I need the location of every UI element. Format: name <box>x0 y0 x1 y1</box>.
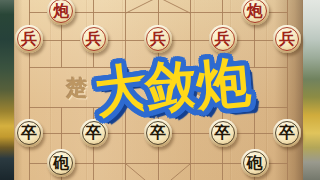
piece-black-cannon[interactable]: 砲 <box>47 149 75 177</box>
piece-red-soldier[interactable]: 兵 <box>15 25 43 53</box>
scenery-left-strip <box>0 0 14 180</box>
piece-character: 卒 <box>215 125 231 141</box>
piece-black-soldier[interactable]: 卒 <box>15 119 43 147</box>
piece-character: 卒 <box>21 125 37 141</box>
piece-character: 卒 <box>279 125 295 141</box>
piece-character: 卒 <box>150 125 166 141</box>
piece-black-soldier[interactable]: 卒 <box>273 119 301 147</box>
piece-black-cannon[interactable]: 砲 <box>241 149 269 177</box>
video-thumbnail-stage: 楚河漢界 炮炮兵兵兵兵兵卒卒卒卒卒砲砲 大敛炮 <box>0 0 320 180</box>
piece-character: 兵 <box>215 31 231 47</box>
piece-red-soldier[interactable]: 兵 <box>273 25 301 53</box>
overlay-title: 大敛炮 <box>94 57 249 116</box>
piece-character: 兵 <box>86 31 102 47</box>
piece-character: 兵 <box>21 31 37 47</box>
piece-black-soldier[interactable]: 卒 <box>144 119 172 147</box>
piece-red-soldier[interactable]: 兵 <box>144 25 172 53</box>
title-character: 大 <box>92 61 149 121</box>
river-char: 楚 <box>67 78 88 99</box>
piece-character: 砲 <box>53 155 69 171</box>
piece-character: 炮 <box>53 3 69 19</box>
piece-black-soldier[interactable]: 卒 <box>209 119 237 147</box>
scenery-right-strip <box>303 0 320 180</box>
piece-character: 炮 <box>247 3 263 19</box>
title-character: 炮 <box>194 55 250 113</box>
piece-character: 兵 <box>150 31 166 47</box>
piece-character: 卒 <box>86 125 102 141</box>
title-character: 敛 <box>144 59 198 116</box>
piece-red-soldier[interactable]: 兵 <box>80 25 108 53</box>
piece-red-soldier[interactable]: 兵 <box>209 25 237 53</box>
piece-character: 兵 <box>279 31 295 47</box>
piece-character: 砲 <box>247 155 263 171</box>
